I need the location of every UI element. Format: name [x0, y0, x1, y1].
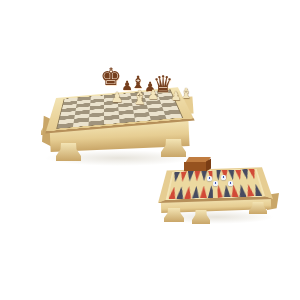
dice-layer: [0, 0, 300, 300]
product-photo: ♚♟♝♟♛♟♝♟♟♝: [0, 0, 300, 300]
die[interactable]: [213, 181, 218, 186]
die[interactable]: [228, 181, 233, 186]
die[interactable]: [221, 175, 226, 180]
die[interactable]: [207, 176, 212, 181]
